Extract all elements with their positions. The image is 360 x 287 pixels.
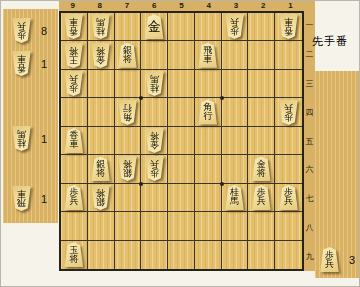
cell-8-9[interactable] (88, 241, 115, 269)
piece-gote-rook[interactable]: 飛車 (11, 186, 32, 211)
cell-2-9[interactable] (248, 241, 275, 269)
piece-kanji: 兵 (230, 17, 239, 26)
cell-8-2[interactable]: 金将 (88, 41, 115, 69)
cell-4-8[interactable] (195, 212, 222, 240)
piece-kanji: 兵 (325, 259, 334, 268)
cell-3-5[interactable] (222, 127, 249, 155)
piece-gote-silver[interactable]: 銀将 (117, 156, 138, 181)
piece-gote-king[interactable]: 王将 (63, 43, 84, 68)
piece-gote-pawn[interactable]: 歩兵 (11, 18, 32, 43)
piece-kanji: 将 (96, 188, 105, 197)
cell-1-5[interactable] (275, 127, 302, 155)
cell-6-6[interactable]: 歩兵 (141, 155, 168, 183)
cell-6-3[interactable]: 桂馬 (141, 70, 168, 98)
rank-label-5: 五 (304, 127, 315, 156)
sente-captured-tray: 歩兵3 (315, 71, 359, 278)
hand-count-gote-rook: 1 (41, 193, 47, 205)
cell-9-1[interactable]: 香車 (61, 13, 88, 41)
cell-1-1[interactable]: 香車 (275, 13, 302, 41)
star-point-marker (220, 96, 224, 100)
piece-gote-lance[interactable]: 香車 (63, 14, 84, 39)
cell-2-2[interactable] (248, 41, 275, 69)
piece-sente-pawn[interactable]: 歩兵 (63, 185, 84, 210)
hand-slot-gote-lance[interactable]: 香車1 (11, 51, 32, 76)
piece-kanji: 金 (150, 140, 159, 149)
piece-sente-rook[interactable]: 飛車 (197, 43, 218, 68)
piece-gote-knight[interactable]: 桂馬 (144, 71, 165, 96)
piece-sente-pawn[interactable]: 歩兵 (278, 185, 299, 210)
cell-7-9[interactable] (115, 241, 142, 269)
rank-label-3: 三 (304, 69, 315, 98)
piece-kanji: 馬 (230, 197, 239, 206)
cell-3-3[interactable] (222, 70, 249, 98)
cell-9-7[interactable]: 歩兵 (61, 184, 88, 212)
cell-4-7[interactable] (195, 184, 222, 212)
cell-5-3[interactable] (168, 70, 195, 98)
cell-5-2[interactable] (168, 41, 195, 69)
hand-slot-gote-knight[interactable]: 桂馬1 (11, 126, 32, 151)
cell-1-4[interactable]: 歩兵 (275, 98, 302, 126)
piece-kanji: 将 (150, 131, 159, 140)
cell-2-4[interactable] (248, 98, 275, 126)
cell-7-5[interactable] (115, 127, 142, 155)
piece-kanji: 将 (123, 160, 132, 169)
piece-kanji: 歩 (150, 169, 159, 178)
piece-kanji: 香 (17, 63, 26, 72)
gote-captured-tray: 歩兵8香車1桂馬1飛車1 (3, 9, 58, 223)
cell-2-3[interactable] (248, 70, 275, 98)
piece-kanji: 行 (203, 112, 212, 121)
cell-4-2[interactable]: 飛車 (195, 41, 222, 69)
piece-gote-pawn[interactable]: 歩兵 (224, 14, 245, 39)
piece-kanji: 馬 (150, 74, 159, 83)
piece-gote-silver[interactable]: 銀将 (90, 185, 111, 210)
file-label-4: 4 (195, 1, 222, 11)
piece-kanji: 兵 (284, 197, 293, 206)
piece-kanji: 馬 (17, 129, 26, 138)
piece-kanji: 車 (17, 189, 26, 198)
piece-gote-lance[interactable]: 香車 (278, 14, 299, 39)
cell-6-5[interactable]: 金将 (141, 127, 168, 155)
piece-kanji: 兵 (69, 197, 78, 206)
piece-kanji: 兵 (257, 197, 266, 206)
cell-5-9[interactable] (168, 241, 195, 269)
piece-sente-bishop[interactable]: 角行 (197, 100, 218, 125)
cell-7-7[interactable] (115, 184, 142, 212)
piece-kanji: 車 (203, 55, 212, 64)
cell-8-6[interactable]: 銀将 (88, 155, 115, 183)
piece-gote-bishop[interactable]: 角行 (117, 100, 138, 125)
cell-5-8[interactable] (168, 212, 195, 240)
piece-kanji: 桂 (96, 26, 105, 35)
cell-2-8[interactable] (248, 212, 275, 240)
cell-8-7[interactable]: 銀将 (88, 184, 115, 212)
hand-slot-gote-pawn[interactable]: 歩兵8 (11, 18, 32, 43)
cell-9-8[interactable] (61, 212, 88, 240)
piece-sente-knight[interactable]: 桂馬 (224, 185, 245, 210)
cell-2-1[interactable] (248, 13, 275, 41)
cell-2-6[interactable]: 金将 (248, 155, 275, 183)
cell-9-9[interactable]: 玉将 (61, 241, 88, 269)
piece-kanji: 兵 (284, 103, 293, 112)
file-label-3: 3 (222, 1, 249, 11)
hand-slot-gote-rook[interactable]: 飛車1 (11, 186, 32, 211)
cell-1-9[interactable] (275, 241, 302, 269)
cell-3-9[interactable] (222, 241, 249, 269)
piece-kanji: 銀 (123, 169, 132, 178)
cell-1-8[interactable] (275, 212, 302, 240)
piece-kanji: 歩 (17, 30, 26, 39)
cell-8-1[interactable]: 桂馬 (88, 13, 115, 41)
piece-kanji: 車 (69, 17, 78, 26)
piece-kanji: 兵 (150, 160, 159, 169)
file-label-9: 9 (59, 1, 86, 11)
piece-gote-lance[interactable]: 香車 (11, 51, 32, 76)
cell-4-4[interactable]: 角行 (195, 98, 222, 126)
piece-sente-pawn[interactable]: 歩兵 (251, 185, 272, 210)
piece-gote-knight[interactable]: 桂馬 (90, 14, 111, 39)
cell-6-2[interactable] (141, 41, 168, 69)
cell-8-8[interactable] (88, 212, 115, 240)
piece-kanji: 車 (17, 54, 26, 63)
cell-6-4[interactable] (141, 98, 168, 126)
piece-sente-pawn[interactable]: 歩兵 (319, 247, 340, 272)
cell-3-8[interactable] (222, 212, 249, 240)
cell-3-4[interactable] (222, 98, 249, 126)
hand-count-gote-pawn: 8 (41, 25, 47, 37)
piece-kanji: 将 (96, 169, 105, 178)
cell-1-3[interactable] (275, 70, 302, 98)
piece-kanji: 車 (284, 17, 293, 26)
piece-sente-silver[interactable]: 銀将 (90, 156, 111, 181)
cell-3-1[interactable]: 歩兵 (222, 13, 249, 41)
cell-5-7[interactable] (168, 184, 195, 212)
piece-kanji: 金 (148, 20, 161, 34)
cell-6-9[interactable] (141, 241, 168, 269)
piece-gote-gold[interactable]: 金将 (144, 128, 165, 153)
cell-9-4[interactable] (61, 98, 88, 126)
cell-4-9[interactable] (195, 241, 222, 269)
piece-kanji: 兵 (17, 21, 26, 30)
rank-label-4: 四 (304, 98, 315, 127)
piece-kanji: 車 (69, 140, 78, 149)
cell-7-4[interactable]: 角行 (115, 98, 142, 126)
piece-gote-pawn[interactable]: 歩兵 (63, 71, 84, 96)
cell-4-1[interactable] (195, 13, 222, 41)
cell-7-6[interactable]: 銀将 (115, 155, 142, 183)
board-grid: 香車桂馬金歩兵香車王将金将銀将飛車歩兵桂馬角行角行歩兵香車金将銀将銀将歩兵金将歩… (59, 11, 304, 271)
cell-2-7[interactable]: 歩兵 (248, 184, 275, 212)
file-label-2: 2 (250, 1, 277, 11)
cell-3-6[interactable] (222, 155, 249, 183)
cell-5-4[interactable] (168, 98, 195, 126)
hand-count-gote-lance: 1 (41, 58, 47, 70)
piece-gote-gold[interactable]: 金将 (90, 43, 111, 68)
rank-coordinate-labels: 一二三四五六七八九 (304, 11, 315, 271)
cell-8-4[interactable] (88, 98, 115, 126)
piece-sente-gold[interactable]: 金 (144, 14, 165, 39)
piece-kanji: 行 (123, 103, 132, 112)
star-point-marker (139, 182, 143, 186)
piece-kanji: 銀 (96, 197, 105, 206)
cell-7-2[interactable]: 銀将 (115, 41, 142, 69)
hand-count-sente-pawn: 3 (349, 254, 355, 266)
cell-6-1[interactable]: 金 (141, 13, 168, 41)
cell-8-3[interactable] (88, 70, 115, 98)
piece-kanji: 兵 (69, 74, 78, 83)
piece-sente-silver[interactable]: 銀将 (117, 43, 138, 68)
file-label-6: 6 (141, 1, 168, 11)
piece-kanji: 将 (69, 255, 78, 264)
cell-9-6[interactable] (61, 155, 88, 183)
piece-kanji: 桂 (17, 138, 26, 147)
piece-gote-pawn[interactable]: 歩兵 (278, 100, 299, 125)
cell-9-2[interactable]: 王将 (61, 41, 88, 69)
file-label-7: 7 (113, 1, 140, 11)
rank-label-6: 六 (304, 155, 315, 184)
piece-sente-gold[interactable]: 金将 (251, 156, 272, 181)
rank-label-7: 七 (304, 184, 315, 213)
rank-label-8: 八 (304, 213, 315, 242)
cell-5-5[interactable] (168, 127, 195, 155)
cell-3-7[interactable]: 桂馬 (222, 184, 249, 212)
star-point-marker (139, 96, 143, 100)
file-label-5: 5 (168, 1, 195, 11)
piece-kanji: 金 (96, 55, 105, 64)
cell-7-1[interactable] (115, 13, 142, 41)
cell-7-3[interactable] (115, 70, 142, 98)
piece-kanji: 桂 (150, 83, 159, 92)
rank-label-9: 九 (304, 242, 315, 271)
cell-4-3[interactable] (195, 70, 222, 98)
shogi-app-window: 歩兵8香車1桂馬1飛車1 歩兵3 987654321 一二三四五六七八九 香車桂… (0, 0, 360, 287)
cell-2-5[interactable] (248, 127, 275, 155)
cell-4-5[interactable] (195, 127, 222, 155)
turn-indicator: 先手番 (312, 34, 360, 49)
piece-kanji: 香 (69, 26, 78, 35)
star-point-marker (220, 182, 224, 186)
piece-kanji: 香 (284, 26, 293, 35)
piece-kanji: 馬 (96, 17, 105, 26)
file-label-1: 1 (277, 1, 304, 11)
cell-1-6[interactable] (275, 155, 302, 183)
hand-slot-sente-pawn[interactable]: 歩兵3 (319, 247, 340, 272)
cell-3-2[interactable] (222, 41, 249, 69)
cell-6-8[interactable] (141, 212, 168, 240)
piece-sente-lance[interactable]: 香車 (63, 128, 84, 153)
cell-9-3[interactable]: 歩兵 (61, 70, 88, 98)
file-coordinate-labels: 987654321 (59, 1, 304, 11)
piece-kanji: 歩 (230, 26, 239, 35)
piece-gote-pawn[interactable]: 歩兵 (144, 156, 165, 181)
file-label-8: 8 (86, 1, 113, 11)
cell-9-5[interactable]: 香車 (61, 127, 88, 155)
cell-4-6[interactable] (195, 155, 222, 183)
cell-8-5[interactable] (88, 127, 115, 155)
piece-kanji: 飛 (17, 198, 26, 207)
cell-6-7[interactable] (141, 184, 168, 212)
piece-sente-king[interactable]: 玉将 (63, 242, 84, 267)
piece-kanji: 王 (69, 55, 78, 64)
cell-5-1[interactable] (168, 13, 195, 41)
cell-1-7[interactable]: 歩兵 (275, 184, 302, 212)
piece-kanji: 将 (96, 46, 105, 55)
piece-gote-knight[interactable]: 桂馬 (11, 126, 32, 151)
piece-kanji: 将 (123, 55, 132, 64)
piece-kanji: 歩 (69, 83, 78, 92)
cell-5-6[interactable] (168, 155, 195, 183)
piece-kanji: 将 (257, 169, 266, 178)
cell-1-2[interactable] (275, 41, 302, 69)
hand-count-gote-knight: 1 (41, 133, 47, 145)
piece-kanji: 将 (69, 46, 78, 55)
cell-7-8[interactable] (115, 212, 142, 240)
